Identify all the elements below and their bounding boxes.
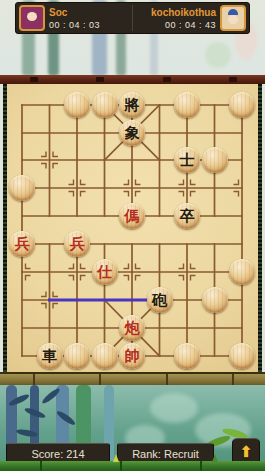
piece-covered-piece[interactable] bbox=[64, 92, 90, 118]
piece-black-general[interactable]: 將 bbox=[119, 92, 145, 118]
avatar-face bbox=[27, 12, 37, 21]
piece-covered-piece[interactable] bbox=[202, 287, 228, 313]
piece-covered-piece[interactable] bbox=[174, 343, 200, 369]
score-text: Score: 214 bbox=[31, 448, 84, 460]
player-info-bar: Soc 00 : 04 : 03 kochoikothua 00 : 04 : … bbox=[15, 2, 250, 34]
piece-covered-piece[interactable] bbox=[229, 259, 255, 285]
player-right-timer: 00 : 04 : 43 bbox=[165, 20, 216, 30]
piece-covered-piece[interactable] bbox=[202, 147, 228, 173]
player-left-name: Soc bbox=[49, 7, 67, 18]
piece-covered-piece[interactable] bbox=[92, 92, 118, 118]
pole-segment bbox=[200, 461, 202, 471]
mist-blob bbox=[150, 393, 198, 423]
piece-black-advisor[interactable]: 士 bbox=[174, 147, 200, 173]
piece-covered-piece[interactable] bbox=[64, 343, 90, 369]
piece-red-cannon[interactable]: 炮 bbox=[119, 315, 145, 341]
up-arrow-icon: ⬆ bbox=[240, 443, 253, 461]
piece-red-advisor[interactable]: 仕 bbox=[92, 259, 118, 285]
watercolor-blob bbox=[205, 42, 231, 68]
piece-covered-piece[interactable] bbox=[92, 343, 118, 369]
player-left-avatar[interactable] bbox=[19, 5, 45, 31]
piece-black-elephant[interactable]: 象 bbox=[119, 120, 145, 146]
piece-covered-piece[interactable] bbox=[229, 343, 255, 369]
rank-text: Rank: Recruit bbox=[132, 448, 199, 460]
piece-red-general[interactable]: 帥 bbox=[119, 343, 145, 369]
piece-black-chariot[interactable]: 車 bbox=[37, 343, 63, 369]
bamboo-sprout bbox=[212, 454, 218, 462]
bamboo-sprout bbox=[113, 454, 119, 462]
xiangqi-board[interactable]: 將象士傌卒兵兵仕砲炮車帥 bbox=[0, 75, 265, 385]
bamboo-pole bbox=[0, 461, 265, 471]
piece-black-cannon[interactable]: 砲 bbox=[147, 287, 173, 313]
player-left-timer: 00 : 04 : 03 bbox=[49, 20, 100, 30]
pole-segment bbox=[120, 461, 122, 471]
player-right-avatar[interactable] bbox=[220, 5, 246, 31]
pole-segment bbox=[40, 461, 42, 471]
header-divider bbox=[132, 5, 133, 31]
piece-red-horse[interactable]: 傌 bbox=[119, 203, 145, 229]
piece-covered-piece[interactable] bbox=[9, 175, 35, 201]
piece-red-soldier[interactable]: 兵 bbox=[9, 231, 35, 257]
piece-red-soldier[interactable]: 兵 bbox=[64, 231, 90, 257]
player-right-name: kochoikothua bbox=[151, 7, 216, 18]
piece-covered-piece[interactable] bbox=[174, 92, 200, 118]
piece-black-soldier[interactable]: 卒 bbox=[174, 203, 200, 229]
avatar-face bbox=[228, 15, 238, 24]
piece-covered-piece[interactable] bbox=[229, 92, 255, 118]
